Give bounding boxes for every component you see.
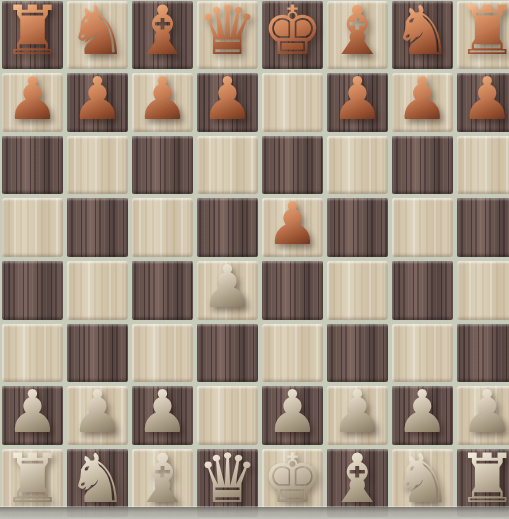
- chess-board: ♜♞♝♛♚♝♞♜♟♟♟♟♟♟♟♟♟♟♟♟♟♟♟♟♜♞♝♛♚♝♞♜: [0, 0, 509, 519]
- square-a4[interactable]: [2, 261, 63, 320]
- square-g8[interactable]: ♞: [392, 1, 453, 69]
- square-b3[interactable]: [67, 324, 128, 382]
- board-rim: [0, 507, 509, 519]
- square-e4[interactable]: [262, 261, 323, 320]
- square-f3[interactable]: [327, 324, 388, 382]
- square-e2[interactable]: ♟: [262, 386, 323, 445]
- square-d2[interactable]: [197, 386, 258, 445]
- piece-black-pawn[interactable]: ♟: [136, 69, 189, 128]
- square-f5[interactable]: [327, 198, 388, 257]
- square-f6[interactable]: [327, 136, 388, 194]
- square-g7[interactable]: ♟: [392, 73, 453, 132]
- square-d8[interactable]: ♛: [197, 1, 258, 69]
- piece-white-pawn[interactable]: ♟: [331, 382, 384, 441]
- square-c5[interactable]: [132, 198, 193, 257]
- piece-black-pawn[interactable]: ♟: [396, 69, 449, 128]
- piece-black-pawn[interactable]: ♟: [266, 194, 319, 253]
- piece-white-bishop[interactable]: ♝: [327, 445, 388, 513]
- chess-app: ♜♞♝♛♚♝♞♜♟♟♟♟♟♟♟♟♟♟♟♟♟♟♟♟♜♞♝♛♚♝♞♜: [0, 0, 509, 519]
- square-g3[interactable]: [392, 324, 453, 382]
- square-g4[interactable]: [392, 261, 453, 320]
- square-d5[interactable]: [197, 198, 258, 257]
- piece-white-pawn[interactable]: ♟: [461, 382, 509, 441]
- piece-black-pawn[interactable]: ♟: [6, 69, 59, 128]
- square-a5[interactable]: [2, 198, 63, 257]
- square-g2[interactable]: ♟: [392, 386, 453, 445]
- square-f8[interactable]: ♝: [327, 1, 388, 69]
- square-g5[interactable]: [392, 198, 453, 257]
- square-b6[interactable]: [67, 136, 128, 194]
- piece-white-pawn[interactable]: ♟: [396, 382, 449, 441]
- piece-black-pawn[interactable]: ♟: [71, 69, 124, 128]
- piece-black-knight[interactable]: ♞: [67, 0, 128, 65]
- square-c3[interactable]: [132, 324, 193, 382]
- square-b2[interactable]: ♟: [67, 386, 128, 445]
- square-c2[interactable]: ♟: [132, 386, 193, 445]
- piece-black-bishop[interactable]: ♝: [327, 0, 388, 65]
- square-c4[interactable]: [132, 261, 193, 320]
- piece-black-bishop[interactable]: ♝: [132, 0, 193, 65]
- square-h5[interactable]: [457, 198, 509, 257]
- piece-black-rook[interactable]: ♜: [2, 0, 63, 65]
- piece-black-knight[interactable]: ♞: [392, 0, 453, 65]
- piece-white-knight[interactable]: ♞: [67, 445, 128, 513]
- piece-white-bishop[interactable]: ♝: [132, 445, 193, 513]
- square-g6[interactable]: [392, 136, 453, 194]
- square-a6[interactable]: [2, 136, 63, 194]
- square-e7[interactable]: [262, 73, 323, 132]
- square-h4[interactable]: [457, 261, 509, 320]
- square-f2[interactable]: ♟: [327, 386, 388, 445]
- square-e3[interactable]: [262, 324, 323, 382]
- piece-white-pawn[interactable]: ♟: [71, 382, 124, 441]
- square-b7[interactable]: ♟: [67, 73, 128, 132]
- square-d3[interactable]: [197, 324, 258, 382]
- square-b5[interactable]: [67, 198, 128, 257]
- square-c7[interactable]: ♟: [132, 73, 193, 132]
- square-d7[interactable]: ♟: [197, 73, 258, 132]
- piece-white-king[interactable]: ♚: [262, 445, 323, 513]
- piece-black-pawn[interactable]: ♟: [331, 69, 384, 128]
- square-e6[interactable]: [262, 136, 323, 194]
- square-h6[interactable]: [457, 136, 509, 194]
- piece-white-pawn[interactable]: ♟: [266, 382, 319, 441]
- square-b8[interactable]: ♞: [67, 1, 128, 69]
- piece-white-pawn[interactable]: ♟: [136, 382, 189, 441]
- square-e5[interactable]: ♟: [262, 198, 323, 257]
- square-e8[interactable]: ♚: [262, 1, 323, 69]
- square-h7[interactable]: ♟: [457, 73, 509, 132]
- square-a7[interactable]: ♟: [2, 73, 63, 132]
- square-f7[interactable]: ♟: [327, 73, 388, 132]
- square-d4[interactable]: ♟: [197, 261, 258, 320]
- square-a8[interactable]: ♜: [2, 1, 63, 69]
- square-h2[interactable]: ♟: [457, 386, 509, 445]
- square-h8[interactable]: ♜: [457, 1, 509, 69]
- piece-white-knight[interactable]: ♞: [392, 445, 453, 513]
- piece-black-rook[interactable]: ♜: [457, 0, 509, 65]
- square-f4[interactable]: [327, 261, 388, 320]
- piece-white-rook[interactable]: ♜: [457, 445, 509, 513]
- square-h3[interactable]: [457, 324, 509, 382]
- piece-white-pawn[interactable]: ♟: [201, 257, 254, 316]
- square-d6[interactable]: [197, 136, 258, 194]
- piece-black-queen[interactable]: ♛: [197, 0, 258, 65]
- piece-black-king[interactable]: ♚: [262, 0, 323, 65]
- piece-white-rook[interactable]: ♜: [2, 445, 63, 513]
- square-a2[interactable]: ♟: [2, 386, 63, 445]
- square-c6[interactable]: [132, 136, 193, 194]
- piece-black-pawn[interactable]: ♟: [201, 69, 254, 128]
- square-b4[interactable]: [67, 261, 128, 320]
- square-c8[interactable]: ♝: [132, 1, 193, 69]
- piece-white-pawn[interactable]: ♟: [6, 382, 59, 441]
- piece-black-pawn[interactable]: ♟: [461, 69, 509, 128]
- square-a3[interactable]: [2, 324, 63, 382]
- piece-white-queen[interactable]: ♛: [197, 445, 258, 513]
